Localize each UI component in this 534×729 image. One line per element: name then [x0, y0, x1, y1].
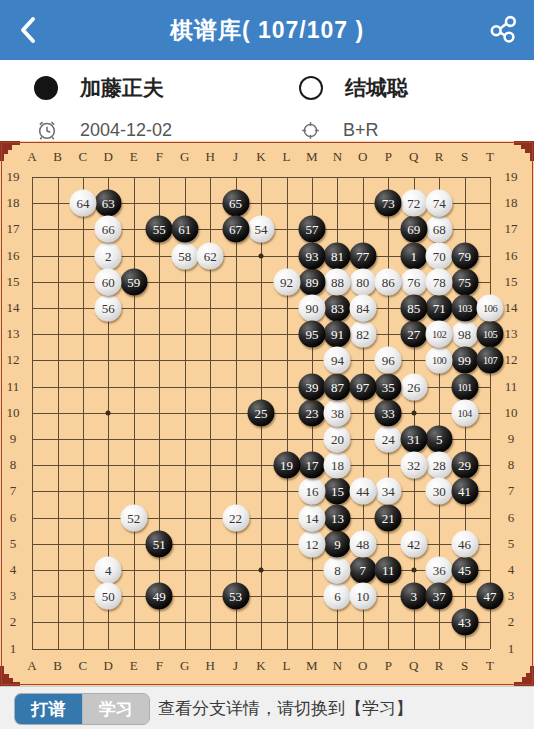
col-label: K [256, 149, 265, 165]
stone: 31 [400, 426, 427, 453]
game-date: 2004-12-02 [80, 120, 172, 141]
stone: 68 [426, 216, 453, 243]
share-icon [486, 13, 522, 47]
stone: 49 [146, 583, 173, 610]
stone: 19 [273, 452, 300, 479]
footer-bar: 打谱 学习 查看分支详情，请切换到【学习】 [0, 686, 534, 729]
stone: 80 [349, 268, 376, 295]
row-label: 18 [7, 195, 20, 211]
stone: 23 [298, 399, 325, 426]
col-label: D [104, 149, 113, 165]
stone: 105 [477, 321, 504, 348]
stone: 57 [298, 216, 325, 243]
col-label: T [486, 149, 494, 165]
stone: 45 [451, 557, 478, 584]
black-player-row: 加藤正夫 [34, 73, 164, 103]
stone: 83 [324, 295, 351, 322]
stone: 21 [375, 504, 402, 531]
stone: 86 [375, 268, 402, 295]
stone: 92 [273, 268, 300, 295]
stone: 50 [95, 583, 122, 610]
row-label: 8 [10, 457, 17, 473]
row-label: 4 [10, 562, 17, 578]
star-point [411, 410, 416, 415]
row-label: 2 [10, 614, 17, 630]
stone: 18 [324, 452, 351, 479]
stone: 34 [375, 478, 402, 505]
stone: 77 [349, 242, 376, 269]
stone: 8 [324, 557, 351, 584]
stone: 16 [298, 478, 325, 505]
stone: 107 [477, 347, 504, 374]
row-label: 10 [505, 405, 518, 421]
stone: 48 [349, 530, 376, 557]
stone: 27 [400, 321, 427, 348]
col-label: E [130, 149, 138, 165]
col-label: O [358, 149, 367, 165]
row-label: 16 [505, 248, 518, 264]
stone: 52 [120, 504, 147, 531]
grid-line [32, 649, 490, 650]
stone: 91 [324, 321, 351, 348]
row-label: 12 [505, 352, 518, 368]
star-point [259, 568, 264, 573]
col-label: A [27, 658, 36, 674]
game-info-panel: 加藤正夫 结城聪 2004-12-02 [0, 60, 534, 141]
row-label: 9 [508, 431, 515, 447]
row-label: 13 [7, 326, 20, 342]
white-player-name: 结城聪 [345, 74, 408, 102]
stone: 38 [324, 399, 351, 426]
stone: 94 [324, 347, 351, 374]
row-label: 6 [10, 510, 17, 526]
col-label: F [156, 658, 163, 674]
stone: 70 [426, 242, 453, 269]
stone: 104 [451, 399, 478, 426]
board-corner-ornament [0, 141, 20, 161]
stone: 7 [349, 557, 376, 584]
stone: 2 [95, 242, 122, 269]
board-corner-ornament [0, 666, 20, 686]
row-label: 7 [508, 483, 515, 499]
star-point [411, 568, 416, 573]
stone: 12 [298, 530, 325, 557]
stone: 39 [298, 373, 325, 400]
row-label: 5 [508, 536, 515, 552]
stone: 99 [451, 347, 478, 374]
row-label: 10 [7, 405, 20, 421]
stone: 82 [349, 321, 376, 348]
stone: 10 [349, 583, 376, 610]
row-label: 14 [7, 300, 20, 316]
board-corner-ornament [514, 666, 534, 686]
row-label: 1 [10, 641, 17, 657]
stone: 46 [451, 530, 478, 557]
col-label: B [53, 658, 62, 674]
col-label: C [79, 149, 88, 165]
grid-line [287, 177, 288, 649]
stone: 5 [426, 426, 453, 453]
stone: 85 [400, 295, 427, 322]
stone: 42 [400, 530, 427, 557]
row-label: 6 [508, 510, 515, 526]
row-label: 11 [7, 379, 20, 395]
stone: 66 [95, 216, 122, 243]
row-label: 14 [505, 300, 518, 316]
page-title: 棋谱库( 107/107 ) [0, 0, 534, 60]
col-label: Q [409, 149, 418, 165]
stone: 22 [222, 504, 249, 531]
col-label: R [435, 658, 444, 674]
stone: 62 [197, 242, 224, 269]
grid-line [32, 491, 490, 492]
stone: 81 [324, 242, 351, 269]
stone: 88 [324, 268, 351, 295]
stone: 89 [298, 268, 325, 295]
stone: 44 [349, 478, 376, 505]
stone: 97 [349, 373, 376, 400]
stone: 87 [324, 373, 351, 400]
stone: 28 [426, 452, 453, 479]
stone: 78 [426, 268, 453, 295]
stone: 84 [349, 295, 376, 322]
row-label: 19 [505, 169, 518, 185]
stone: 76 [400, 268, 427, 295]
col-label: R [435, 149, 444, 165]
board-corner-ornament [514, 141, 534, 161]
stone: 15 [324, 478, 351, 505]
stone: 30 [426, 478, 453, 505]
col-label: G [180, 658, 189, 674]
stone: 9 [324, 530, 351, 557]
stone: 36 [426, 557, 453, 584]
grid-line [32, 518, 490, 519]
stone: 24 [375, 426, 402, 453]
stone: 41 [451, 478, 478, 505]
stone: 73 [375, 190, 402, 217]
col-label: S [461, 149, 468, 165]
stone: 60 [95, 268, 122, 295]
footer-message: 查看分支详情，请切换到【学习】 [158, 687, 413, 729]
stone: 59 [120, 268, 147, 295]
col-label: P [385, 149, 392, 165]
stone: 61 [171, 216, 198, 243]
game-result: B+R [343, 120, 379, 141]
stone: 90 [298, 295, 325, 322]
row-label: 16 [7, 248, 20, 264]
header-bar: 棋谱库( 107/107 ) [0, 0, 534, 60]
stone: 74 [426, 190, 453, 217]
row-label: 1 [508, 641, 515, 657]
stone: 20 [324, 426, 351, 453]
col-label: K [256, 658, 265, 674]
stone: 101 [451, 373, 478, 400]
col-label: H [205, 658, 214, 674]
stone: 43 [451, 609, 478, 636]
stone: 51 [146, 530, 173, 557]
stone: 96 [375, 347, 402, 374]
stone: 53 [222, 583, 249, 610]
stone: 58 [171, 242, 198, 269]
row-label: 18 [505, 195, 518, 211]
col-label: A [27, 149, 36, 165]
row-label: 17 [7, 221, 20, 237]
stone: 25 [248, 399, 275, 426]
clock-icon [36, 119, 58, 141]
row-label: 7 [10, 483, 17, 499]
stone: 37 [426, 583, 453, 610]
col-label: D [104, 658, 113, 674]
star-point [106, 410, 111, 415]
stone: 26 [400, 373, 427, 400]
stone: 72 [400, 190, 427, 217]
stone: 100 [426, 347, 453, 374]
stone: 103 [451, 295, 478, 322]
col-label: M [306, 149, 318, 165]
app-screen: 棋谱库( 107/107 ) 加藤正夫 结城聪 [0, 0, 534, 729]
stone: 17 [298, 452, 325, 479]
grid-line [32, 622, 490, 623]
col-label: L [283, 658, 291, 674]
row-label: 4 [508, 562, 515, 578]
col-label: J [233, 149, 238, 165]
white-player-row: 结城聪 [299, 73, 408, 103]
stone: 102 [426, 321, 453, 348]
stone: 6 [324, 583, 351, 610]
row-label: 15 [505, 274, 518, 290]
stone: 13 [324, 504, 351, 531]
tab-dapu[interactable]: 打谱 [15, 694, 82, 724]
stone: 106 [477, 295, 504, 322]
tab-xuexi[interactable]: 学习 [82, 694, 150, 724]
stone: 35 [375, 373, 402, 400]
col-label: C [79, 658, 88, 674]
stone: 98 [451, 321, 478, 348]
mode-segmented-control: 打谱 学习 [14, 693, 150, 725]
grid-line [490, 177, 491, 649]
stone: 55 [146, 216, 173, 243]
col-label: J [233, 658, 238, 674]
row-label: 15 [7, 274, 20, 290]
row-label: 12 [7, 352, 20, 368]
stone: 4 [95, 557, 122, 584]
row-label: 2 [508, 614, 515, 630]
stone: 11 [375, 557, 402, 584]
col-label: S [461, 658, 468, 674]
stone: 95 [298, 321, 325, 348]
row-label: 3 [508, 588, 515, 604]
col-label: Q [409, 658, 418, 674]
stone: 63 [95, 190, 122, 217]
stone: 1 [400, 242, 427, 269]
col-label: B [53, 149, 62, 165]
stone: 79 [451, 242, 478, 269]
row-label: 8 [508, 457, 515, 473]
stone: 3 [400, 583, 427, 610]
col-label: L [283, 149, 291, 165]
black-stone-icon [34, 76, 58, 100]
col-label: F [156, 149, 163, 165]
col-label: N [333, 149, 342, 165]
col-label: O [358, 658, 367, 674]
go-board[interactable]: AA1919BB1818CC1717DD1616EE1515FF1414GG13… [0, 141, 534, 686]
stone: 71 [426, 295, 453, 322]
row-label: 13 [505, 326, 518, 342]
stone: 33 [375, 399, 402, 426]
row-label: 19 [7, 169, 20, 185]
share-button[interactable] [486, 13, 522, 47]
stone: 32 [400, 452, 427, 479]
stone: 54 [248, 216, 275, 243]
row-label: 11 [505, 379, 518, 395]
stone: 14 [298, 504, 325, 531]
col-label: E [130, 658, 138, 674]
result-target-icon [300, 120, 321, 141]
star-point [259, 253, 264, 258]
stone: 93 [298, 242, 325, 269]
white-stone-icon [299, 76, 323, 100]
col-label: T [486, 658, 494, 674]
stone: 65 [222, 190, 249, 217]
col-label: G [180, 149, 189, 165]
row-label: 5 [10, 536, 17, 552]
stone: 56 [95, 295, 122, 322]
col-label: M [306, 658, 318, 674]
col-label: N [333, 658, 342, 674]
row-label: 9 [10, 431, 17, 447]
stone: 75 [451, 268, 478, 295]
stone: 47 [477, 583, 504, 610]
stone: 67 [222, 216, 249, 243]
row-label: 17 [505, 221, 518, 237]
stone: 29 [451, 452, 478, 479]
row-label: 3 [10, 588, 17, 604]
col-label: P [385, 658, 392, 674]
stone: 69 [400, 216, 427, 243]
black-player-name: 加藤正夫 [80, 74, 164, 102]
stone: 64 [69, 190, 96, 217]
col-label: H [205, 149, 214, 165]
